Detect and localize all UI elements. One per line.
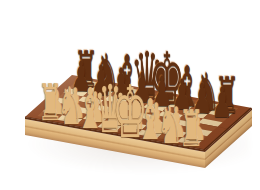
chess-set-photo: ♜♞♝♛♚♝♞♜♟♟♟♟♟♟♟♟♟♟♟♟♟♟♟♟♜♞♝♛♚♝♞♜: [0, 0, 260, 190]
piece-white-rook: ♜: [178, 104, 203, 154]
piece-black-pawn: ♟: [212, 82, 233, 124]
pieces-layer: ♜♞♝♛♚♝♞♜♟♟♟♟♟♟♟♟♟♟♟♟♟♟♟♟♜♞♝♛♚♝♞♜: [0, 0, 260, 190]
